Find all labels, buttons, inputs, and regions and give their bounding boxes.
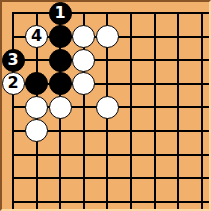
white-stone bbox=[72, 72, 95, 95]
white-stone bbox=[49, 96, 72, 119]
white-stone bbox=[25, 119, 48, 142]
black-stone bbox=[49, 49, 72, 72]
move-number: 3 bbox=[7, 52, 18, 69]
go-board: 1432 bbox=[0, 0, 211, 211]
white-stone bbox=[96, 96, 119, 119]
black-stone: 1 bbox=[49, 2, 72, 25]
white-stone: 4 bbox=[25, 25, 48, 48]
white-stone bbox=[72, 25, 95, 48]
move-number: 2 bbox=[7, 75, 18, 92]
black-stone bbox=[25, 72, 48, 95]
black-stone bbox=[49, 72, 72, 95]
move-number: 4 bbox=[31, 28, 42, 45]
white-stone: 2 bbox=[2, 72, 25, 95]
black-stone bbox=[49, 25, 72, 48]
stones-layer: 1432 bbox=[1, 1, 211, 211]
white-stone bbox=[96, 25, 119, 48]
white-stone bbox=[25, 96, 48, 119]
white-stone bbox=[72, 49, 95, 72]
move-number: 1 bbox=[55, 5, 66, 22]
black-stone: 3 bbox=[2, 49, 25, 72]
